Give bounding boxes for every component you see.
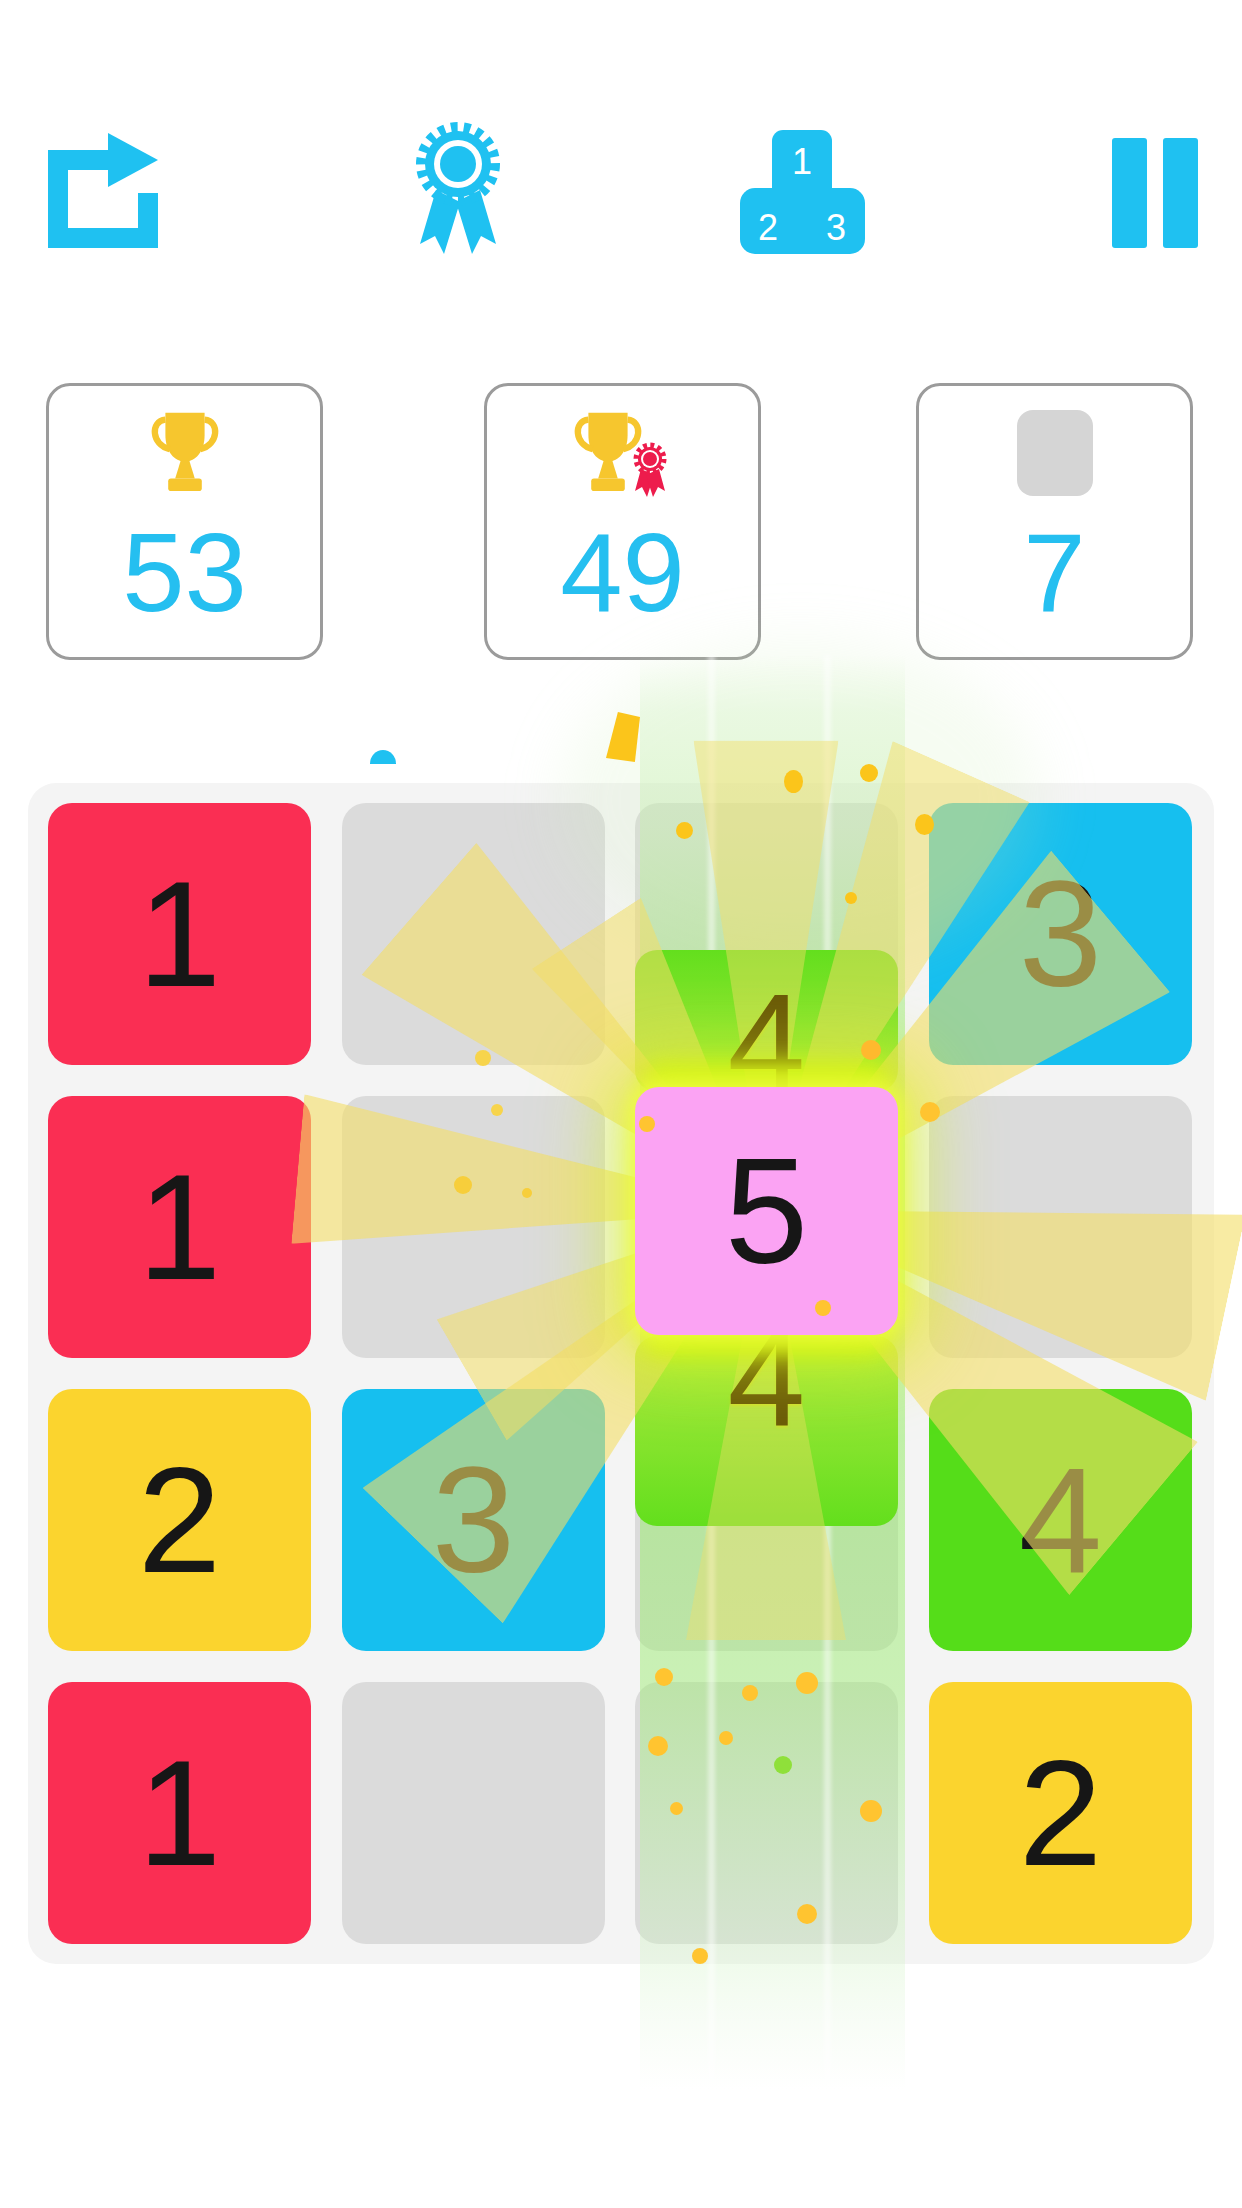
score-card-trophy-ribbon: 49 <box>484 383 761 660</box>
score-value: 53 <box>49 514 320 632</box>
confetti-piece <box>639 1116 655 1132</box>
confetti-piece <box>797 1904 817 1924</box>
tile-value: 1 <box>138 1141 221 1314</box>
pause-icon <box>1112 138 1147 248</box>
pause-button[interactable] <box>1112 138 1198 248</box>
confetti-piece <box>774 1756 792 1774</box>
confetti-piece <box>920 1102 940 1122</box>
confetti-piece <box>692 1948 708 1964</box>
game-screen: 1 2 3 53 <box>0 0 1242 2208</box>
confetti-piece <box>676 822 693 839</box>
tile-r3c1[interactable]: 2 <box>48 1389 311 1651</box>
podium-first-label: 1 <box>792 141 812 182</box>
tile-r1c1[interactable]: 1 <box>48 803 311 1065</box>
score-card-trophy: 53 <box>46 383 323 660</box>
confetti-piece <box>454 1176 472 1194</box>
tile-r4c1[interactable]: 1 <box>48 1682 311 1944</box>
tile-r4c4[interactable]: 2 <box>929 1682 1192 1944</box>
podium-icon: 1 2 3 <box>740 244 865 259</box>
tile-value: 2 <box>1019 1727 1102 1900</box>
tile-value: 5 <box>725 1125 808 1298</box>
tile-r4c2 <box>342 1682 605 1944</box>
tile-value: 1 <box>138 1727 221 1900</box>
confetti-piece <box>861 1040 881 1060</box>
confetti-piece <box>648 1736 668 1756</box>
confetti-piece <box>860 1800 882 1822</box>
confetti-piece <box>522 1188 532 1198</box>
tile-r2c1[interactable]: 1 <box>48 1096 311 1358</box>
confetti-piece <box>796 1672 818 1694</box>
share-button[interactable] <box>45 133 160 251</box>
podium-second-label: 2 <box>758 207 778 248</box>
score-card-tiles: 7 <box>916 383 1193 660</box>
confetti-piece <box>815 1300 831 1316</box>
leaderboard-button[interactable]: 1 2 3 <box>740 128 865 256</box>
tile-r2c3[interactable]: 5 <box>635 1087 898 1335</box>
confetti-piece <box>742 1685 758 1701</box>
score-value: 49 <box>487 514 758 632</box>
confetti-piece <box>370 750 396 764</box>
ribbon-rosette-icon <box>627 442 673 502</box>
share-arrow-icon <box>45 239 160 254</box>
gray-tile-icon <box>1017 410 1093 496</box>
achievements-button[interactable] <box>408 118 508 258</box>
confetti-piece <box>491 1104 503 1116</box>
confetti-piece <box>860 764 878 782</box>
trophy-icon <box>150 411 220 501</box>
tile-value: 2 <box>138 1434 221 1607</box>
tile-value: 1 <box>138 848 221 1021</box>
confetti-piece <box>670 1802 683 1815</box>
confetti-piece <box>915 814 934 835</box>
confetti-piece <box>784 770 803 793</box>
confetti-piece <box>475 1050 491 1066</box>
confetti-piece <box>719 1731 733 1745</box>
podium-third-label: 3 <box>826 207 846 248</box>
confetti-piece <box>845 892 857 904</box>
score-value: 7 <box>919 514 1190 632</box>
pause-icon <box>1163 138 1198 248</box>
medal-rosette-icon <box>408 246 508 261</box>
confetti-piece <box>655 1668 673 1686</box>
